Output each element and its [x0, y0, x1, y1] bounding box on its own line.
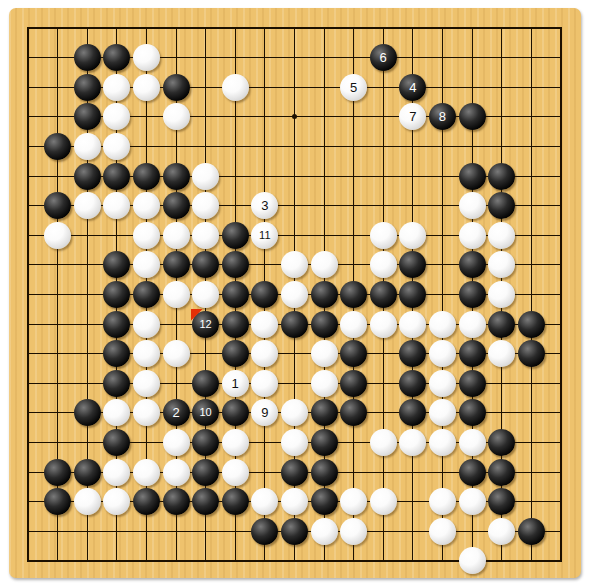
white-stone: [192, 222, 219, 249]
white-stone: [370, 311, 397, 338]
black-stone: [74, 44, 101, 71]
go-board[interactable]: 654783111212109: [9, 8, 581, 578]
white-stone: [459, 488, 486, 515]
white-stone: [429, 429, 456, 456]
white-stone: [103, 459, 130, 486]
black-stone: [44, 459, 71, 486]
white-stone: 11: [251, 222, 278, 249]
white-stone: [133, 222, 160, 249]
black-stone: [74, 74, 101, 101]
white-stone: [429, 311, 456, 338]
black-stone: [281, 311, 308, 338]
black-stone: [370, 281, 397, 308]
move-number-label: 7: [409, 110, 416, 123]
white-stone: [311, 340, 338, 367]
white-stone: [459, 192, 486, 219]
white-stone: [133, 44, 160, 71]
black-stone: [74, 399, 101, 426]
black-stone: [459, 103, 486, 130]
white-stone: [370, 429, 397, 456]
white-stone: [429, 399, 456, 426]
black-stone: [251, 281, 278, 308]
white-stone: [192, 192, 219, 219]
black-stone: [281, 518, 308, 545]
black-stone: [103, 429, 130, 456]
black-stone: [459, 251, 486, 278]
black-stone: [163, 74, 190, 101]
white-stone: [251, 311, 278, 338]
white-stone: 5: [340, 74, 367, 101]
white-stone: [133, 311, 160, 338]
black-stone: [311, 281, 338, 308]
white-stone: [133, 192, 160, 219]
white-stone: [74, 133, 101, 160]
white-stone: [488, 222, 515, 249]
white-stone: [281, 429, 308, 456]
black-stone: [488, 459, 515, 486]
white-stone: [281, 281, 308, 308]
move-number-label: 10: [199, 407, 211, 418]
white-stone: [459, 222, 486, 249]
move-number-label: 1: [232, 377, 239, 390]
black-stone: [340, 370, 367, 397]
black-stone: [133, 488, 160, 515]
black-stone: [311, 459, 338, 486]
white-stone: [133, 251, 160, 278]
black-stone: [222, 399, 249, 426]
white-stone: [459, 547, 486, 574]
white-stone: [459, 429, 486, 456]
white-stone: [459, 311, 486, 338]
move-number-label: 6: [380, 51, 387, 64]
white-stone: [163, 340, 190, 367]
black-stone: [222, 311, 249, 338]
white-stone: [163, 429, 190, 456]
black-stone: [488, 163, 515, 190]
black-stone: [103, 311, 130, 338]
white-stone: [133, 399, 160, 426]
go-diagram-page: 654783111212109: [0, 0, 590, 586]
black-stone: [222, 251, 249, 278]
white-stone: [163, 222, 190, 249]
black-stone: [399, 370, 426, 397]
black-stone: [518, 340, 545, 367]
white-stone: [222, 459, 249, 486]
white-stone: [311, 518, 338, 545]
black-stone: [518, 518, 545, 545]
white-stone: [488, 281, 515, 308]
white-stone: [133, 459, 160, 486]
move-number-label: 5: [350, 81, 357, 94]
black-stone: [459, 459, 486, 486]
black-stone: [192, 459, 219, 486]
black-stone: [311, 311, 338, 338]
black-stone: [133, 281, 160, 308]
grid-line-vertical: [560, 27, 562, 562]
black-stone: [459, 163, 486, 190]
black-stone: [44, 488, 71, 515]
black-stone: [222, 222, 249, 249]
white-stone: 1: [222, 370, 249, 397]
white-stone: [103, 74, 130, 101]
white-stone: [281, 251, 308, 278]
white-stone: [429, 488, 456, 515]
white-stone: [429, 340, 456, 367]
white-stone: [163, 103, 190, 130]
white-stone: [163, 281, 190, 308]
black-stone: [222, 340, 249, 367]
white-stone: [429, 370, 456, 397]
white-stone: [192, 281, 219, 308]
move-number-label: 4: [409, 81, 416, 94]
black-stone: [163, 192, 190, 219]
black-stone: [222, 281, 249, 308]
black-stone: [222, 488, 249, 515]
black-stone: 8: [429, 103, 456, 130]
black-stone: [163, 251, 190, 278]
black-stone: 4: [399, 74, 426, 101]
white-stone: [340, 311, 367, 338]
white-stone: [399, 311, 426, 338]
black-stone: [311, 399, 338, 426]
white-stone: [103, 133, 130, 160]
white-stone: [74, 488, 101, 515]
white-stone: [251, 370, 278, 397]
black-stone: [74, 163, 101, 190]
black-stone: [192, 429, 219, 456]
black-stone: [459, 281, 486, 308]
move-number-label: 11: [259, 230, 270, 241]
black-stone: [103, 163, 130, 190]
white-stone: [133, 370, 160, 397]
white-stone: [74, 192, 101, 219]
white-stone: [311, 370, 338, 397]
white-stone: [399, 222, 426, 249]
white-stone: [370, 222, 397, 249]
black-stone: [163, 163, 190, 190]
black-stone: [163, 488, 190, 515]
black-stone: [488, 488, 515, 515]
white-stone: [340, 488, 367, 515]
black-stone: [459, 399, 486, 426]
white-stone: [370, 488, 397, 515]
black-stone: [399, 281, 426, 308]
white-stone: [340, 518, 367, 545]
white-stone: [488, 518, 515, 545]
white-stone: [192, 163, 219, 190]
white-stone: [370, 251, 397, 278]
white-stone: [133, 74, 160, 101]
black-stone: [251, 518, 278, 545]
black-stone: 2: [163, 399, 190, 426]
black-stone: [488, 311, 515, 338]
black-stone: [74, 103, 101, 130]
black-stone: [192, 488, 219, 515]
grid-line-vertical: [531, 27, 532, 562]
black-stone: [44, 133, 71, 160]
black-stone: 6: [370, 44, 397, 71]
white-stone: [488, 340, 515, 367]
white-stone: [222, 74, 249, 101]
white-stone: [163, 459, 190, 486]
black-stone: [459, 370, 486, 397]
black-stone: [518, 311, 545, 338]
move-number-label: 9: [261, 406, 268, 419]
move-number-label: 2: [172, 406, 179, 419]
black-stone: [74, 459, 101, 486]
black-stone: [133, 163, 160, 190]
white-stone: [222, 429, 249, 456]
move-number-label: 12: [199, 319, 211, 330]
black-stone: [488, 429, 515, 456]
white-stone: [311, 251, 338, 278]
black-stone: [311, 488, 338, 515]
black-stone: [192, 370, 219, 397]
white-stone: [399, 429, 426, 456]
black-stone: [488, 192, 515, 219]
white-stone: [44, 222, 71, 249]
black-stone: [340, 281, 367, 308]
white-stone: [133, 340, 160, 367]
white-stone: [429, 518, 456, 545]
black-stone: [44, 192, 71, 219]
black-stone: [281, 459, 308, 486]
move-number-label: 3: [261, 199, 268, 212]
white-stone: [281, 488, 308, 515]
black-stone: [103, 370, 130, 397]
move-number-label: 8: [439, 110, 446, 123]
black-stone: [311, 429, 338, 456]
black-stone: [459, 340, 486, 367]
white-stone: [281, 399, 308, 426]
black-stone: [103, 281, 130, 308]
black-stone: [340, 340, 367, 367]
